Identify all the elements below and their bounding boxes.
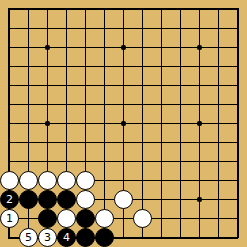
board-intersection — [76, 152, 95, 171]
board-intersection — [38, 19, 57, 38]
board-intersection — [190, 0, 209, 19]
white-stone — [114, 190, 133, 209]
board-intersection — [209, 190, 228, 209]
grid-line-vertical — [28, 209, 29, 228]
board-intersection — [19, 57, 38, 76]
grid-line-vertical — [218, 8, 219, 19]
grid-line-vertical — [161, 95, 162, 114]
grid-line-vertical — [237, 152, 239, 171]
board-intersection: 5 — [19, 228, 38, 247]
board-intersection — [114, 19, 133, 38]
board-intersection — [0, 95, 19, 114]
board-intersection — [76, 190, 95, 209]
board-intersection — [57, 0, 76, 19]
board-intersection — [152, 171, 171, 190]
grid-line-vertical — [8, 133, 10, 152]
board-intersection — [0, 38, 19, 57]
grid-line-vertical — [161, 114, 162, 133]
board-intersection — [19, 19, 38, 38]
grid-line-vertical — [218, 19, 219, 38]
board-intersection — [76, 57, 95, 76]
grid-line-vertical — [180, 76, 181, 95]
board-intersection — [38, 76, 57, 95]
board-intersection — [209, 171, 228, 190]
board-intersection — [114, 133, 133, 152]
grid-line-vertical — [104, 171, 105, 190]
grid-line-vertical — [218, 133, 219, 152]
grid-line-vertical — [104, 38, 105, 57]
grid-line-vertical — [237, 95, 239, 114]
board-intersection — [171, 76, 190, 95]
grid-line-vertical — [66, 95, 67, 114]
grid-line-vertical — [218, 57, 219, 76]
board-intersection — [228, 76, 247, 95]
board-intersection — [228, 57, 247, 76]
grid-line-vertical — [180, 95, 181, 114]
grid-line-vertical — [199, 8, 200, 19]
board-intersection — [95, 209, 114, 228]
board-intersection — [209, 76, 228, 95]
grid-line-vertical — [8, 114, 10, 133]
board-intersection — [190, 76, 209, 95]
white-stone — [76, 171, 95, 190]
board-intersection — [0, 114, 19, 133]
grid-line-vertical — [85, 19, 86, 38]
board-intersection — [114, 95, 133, 114]
board-intersection — [95, 95, 114, 114]
board-intersection — [209, 209, 228, 228]
grid-line-vertical — [180, 8, 181, 19]
hoshi-point — [197, 121, 202, 126]
grid-line-vertical — [28, 57, 29, 76]
board-intersection — [57, 190, 76, 209]
board-intersection — [38, 95, 57, 114]
black-stone — [38, 190, 57, 209]
grid-line-vertical — [199, 95, 200, 114]
move-5-white-stone: 5 — [19, 228, 38, 247]
board-intersection — [152, 228, 171, 247]
board-intersection — [19, 171, 38, 190]
board-intersection — [133, 57, 152, 76]
board-intersection — [209, 133, 228, 152]
grid-line-vertical — [8, 19, 10, 38]
grid-line-vertical — [47, 95, 48, 114]
grid-line-vertical — [85, 76, 86, 95]
board-intersection — [171, 57, 190, 76]
grid-line-vertical — [142, 76, 143, 95]
grid-line-vertical — [66, 38, 67, 57]
grid-line-vertical — [47, 57, 48, 76]
board-intersection — [114, 190, 133, 209]
board-intersection — [57, 114, 76, 133]
grid-line-vertical — [47, 152, 48, 171]
board-intersection — [190, 152, 209, 171]
board-intersection — [152, 133, 171, 152]
board-intersection — [38, 57, 57, 76]
grid-line-vertical — [66, 8, 67, 19]
hoshi-point — [45, 121, 50, 126]
board-intersection — [133, 0, 152, 19]
board-intersection — [114, 228, 133, 247]
grid-line-vertical — [142, 8, 143, 19]
board-intersection — [133, 95, 152, 114]
board-intersection — [190, 190, 209, 209]
grid-line-vertical — [199, 171, 200, 190]
grid-line-vertical — [85, 152, 86, 171]
board-intersection — [76, 38, 95, 57]
grid-line-vertical — [104, 152, 105, 171]
grid-line-vertical — [104, 133, 105, 152]
hoshi-point — [121, 121, 126, 126]
board-intersection — [152, 95, 171, 114]
board-intersection — [209, 152, 228, 171]
grid-line-vertical — [8, 38, 10, 57]
board-intersection — [133, 114, 152, 133]
grid-line-vertical — [8, 228, 10, 238]
board-intersection — [133, 76, 152, 95]
board-intersection — [228, 209, 247, 228]
board-intersection — [228, 190, 247, 209]
grid-line-vertical — [104, 8, 105, 19]
grid-line-vertical — [237, 171, 239, 190]
board-intersection — [171, 95, 190, 114]
board-intersection — [95, 76, 114, 95]
board-intersection — [228, 0, 247, 19]
grid-line-vertical — [142, 133, 143, 152]
black-stone — [76, 209, 95, 228]
board-intersection — [95, 228, 114, 247]
move-2-black-stone: 2 — [0, 190, 19, 209]
grid-line-vertical — [66, 19, 67, 38]
grid-line-vertical — [161, 76, 162, 95]
board-intersection — [95, 190, 114, 209]
grid-line-vertical — [218, 228, 219, 238]
board-intersection — [95, 114, 114, 133]
board-intersection — [114, 76, 133, 95]
grid-line-vertical — [66, 114, 67, 133]
board-intersection — [19, 190, 38, 209]
grid-line-vertical — [66, 133, 67, 152]
board-intersection — [190, 133, 209, 152]
board-intersection — [0, 133, 19, 152]
board-intersection — [95, 171, 114, 190]
board-intersection — [114, 57, 133, 76]
grid-line-vertical — [180, 190, 181, 209]
board-intersection — [19, 152, 38, 171]
board-intersection — [38, 133, 57, 152]
grid-line-vertical — [85, 38, 86, 57]
board-intersection — [95, 19, 114, 38]
grid-line-vertical — [47, 133, 48, 152]
white-stone — [57, 209, 76, 228]
board-intersection — [171, 228, 190, 247]
board-intersection — [38, 38, 57, 57]
black-stone — [38, 209, 57, 228]
board-intersection — [76, 0, 95, 19]
board-intersection — [209, 228, 228, 247]
black-stone — [95, 228, 114, 247]
board-intersection — [76, 114, 95, 133]
board-intersection — [0, 57, 19, 76]
hoshi-point — [197, 197, 202, 202]
hoshi-point — [197, 45, 202, 50]
grid-line-vertical — [104, 19, 105, 38]
board-intersection: 1 — [0, 209, 19, 228]
grid-line-vertical — [123, 8, 124, 19]
board-intersection — [171, 114, 190, 133]
grid-line-vertical — [28, 8, 29, 19]
board-intersection — [171, 171, 190, 190]
board-intersection — [228, 19, 247, 38]
board-intersection — [114, 38, 133, 57]
grid-line-vertical — [123, 209, 124, 228]
board-intersection — [76, 171, 95, 190]
grid-line-vertical — [123, 228, 124, 238]
board-intersection — [19, 76, 38, 95]
board-intersection — [38, 209, 57, 228]
board-intersection — [171, 209, 190, 228]
grid-line-vertical — [47, 76, 48, 95]
black-stone — [76, 228, 95, 247]
grid-line-vertical — [161, 57, 162, 76]
board-intersection — [228, 152, 247, 171]
grid-line-vertical — [218, 171, 219, 190]
board-intersection — [76, 95, 95, 114]
board-intersection — [209, 19, 228, 38]
board-intersection — [114, 171, 133, 190]
grid-line-vertical — [28, 152, 29, 171]
board-intersection — [190, 228, 209, 247]
grid-line-vertical — [85, 8, 86, 19]
board-intersection — [209, 57, 228, 76]
grid-line-vertical — [237, 19, 239, 38]
grid-line-vertical — [218, 76, 219, 95]
grid-line-vertical — [199, 76, 200, 95]
grid-line-vertical — [142, 57, 143, 76]
board-intersection — [95, 57, 114, 76]
grid-line-vertical — [161, 209, 162, 228]
board-intersection — [38, 152, 57, 171]
grid-line-vertical — [237, 209, 239, 228]
grid-line-vertical — [218, 152, 219, 171]
grid-line-vertical — [85, 57, 86, 76]
board-intersection — [95, 38, 114, 57]
grid-line-vertical — [142, 38, 143, 57]
board-intersection — [190, 114, 209, 133]
grid-line-vertical — [104, 114, 105, 133]
board-intersection: 4 — [57, 228, 76, 247]
grid-line-vertical — [237, 114, 239, 133]
grid-line-vertical — [47, 8, 48, 19]
board-intersection — [57, 95, 76, 114]
board-intersection — [57, 57, 76, 76]
grid-line-vertical — [180, 152, 181, 171]
grid-line-vertical — [161, 190, 162, 209]
grid-line-vertical — [8, 8, 10, 19]
grid-line-vertical — [180, 114, 181, 133]
board-intersection — [190, 171, 209, 190]
grid-line-vertical — [104, 95, 105, 114]
board-intersection — [209, 0, 228, 19]
board-intersection — [133, 19, 152, 38]
board-intersection — [190, 95, 209, 114]
grid-line-vertical — [199, 57, 200, 76]
grid-line-vertical — [8, 76, 10, 95]
board-intersection — [19, 133, 38, 152]
grid-line-vertical — [218, 95, 219, 114]
grid-line-vertical — [199, 19, 200, 38]
board-intersection — [57, 38, 76, 57]
grid-line-vertical — [180, 57, 181, 76]
grid-line-vertical — [28, 95, 29, 114]
grid-line-vertical — [104, 190, 105, 209]
grid-line-vertical — [142, 171, 143, 190]
grid-line-vertical — [237, 190, 239, 209]
move-3-white-stone: 3 — [38, 228, 57, 247]
board-intersection — [190, 19, 209, 38]
board-intersection — [76, 209, 95, 228]
board-intersection — [0, 152, 19, 171]
grid-line-vertical — [123, 152, 124, 171]
grid-line-vertical — [123, 133, 124, 152]
grid-line-vertical — [237, 228, 239, 238]
grid-line-vertical — [199, 152, 200, 171]
board-intersection — [209, 95, 228, 114]
board-intersection — [57, 152, 76, 171]
board-intersection — [152, 76, 171, 95]
grid-line-vertical — [28, 38, 29, 57]
board-intersection — [76, 133, 95, 152]
board-intersection — [38, 190, 57, 209]
board-intersection — [171, 0, 190, 19]
board-intersection — [152, 209, 171, 228]
grid-line-vertical — [237, 57, 239, 76]
board-intersection — [228, 114, 247, 133]
board-intersection — [228, 38, 247, 57]
board-intersection — [0, 19, 19, 38]
board-intersection — [228, 171, 247, 190]
board-intersection — [171, 38, 190, 57]
grid-line-vertical — [28, 133, 29, 152]
grid-line-vertical — [161, 38, 162, 57]
grid-line-vertical — [123, 95, 124, 114]
board-intersection — [152, 19, 171, 38]
board-intersection — [114, 152, 133, 171]
board-intersection — [228, 133, 247, 152]
white-stone — [76, 190, 95, 209]
board-intersection: 3 — [38, 228, 57, 247]
grid-line-vertical — [180, 209, 181, 228]
go-board: 21534 — [0, 0, 247, 247]
board-intersection — [209, 114, 228, 133]
grid-line-vertical — [66, 76, 67, 95]
white-stone — [19, 171, 38, 190]
board-intersection — [19, 209, 38, 228]
board-intersection — [57, 209, 76, 228]
grid-line-vertical — [142, 228, 143, 238]
white-stone — [0, 171, 19, 190]
grid-line-vertical — [199, 133, 200, 152]
grid-line-vertical — [161, 152, 162, 171]
grid-line-vertical — [218, 209, 219, 228]
board-intersection — [0, 0, 19, 19]
grid-line-vertical — [8, 152, 10, 171]
board-intersection — [76, 19, 95, 38]
grid-line-vertical — [104, 76, 105, 95]
board-intersection — [228, 228, 247, 247]
board-intersection — [57, 171, 76, 190]
black-stone — [19, 190, 38, 209]
grid-line-vertical — [85, 114, 86, 133]
grid-line-vertical — [142, 114, 143, 133]
board-intersection — [209, 38, 228, 57]
board-intersection — [114, 209, 133, 228]
board-intersection — [57, 19, 76, 38]
board-intersection — [19, 38, 38, 57]
white-stone — [38, 171, 57, 190]
board-intersection — [152, 57, 171, 76]
board-intersection: 2 — [0, 190, 19, 209]
grid-line-vertical — [123, 57, 124, 76]
grid-line-vertical — [237, 76, 239, 95]
grid-line-vertical — [85, 95, 86, 114]
grid-line-vertical — [237, 38, 239, 57]
board-intersection — [114, 114, 133, 133]
grid-line-vertical — [161, 133, 162, 152]
grid-line-vertical — [28, 19, 29, 38]
grid-line-vertical — [66, 57, 67, 76]
board-intersection — [19, 95, 38, 114]
white-stone — [57, 171, 76, 190]
grid-line-vertical — [161, 19, 162, 38]
white-stone — [133, 209, 152, 228]
grid-line-vertical — [104, 57, 105, 76]
grid-line-vertical — [237, 8, 239, 19]
grid-line-vertical — [218, 114, 219, 133]
board-intersection — [0, 228, 19, 247]
go-diagram: 21534 — [0, 0, 247, 247]
grid-line-vertical — [47, 19, 48, 38]
grid-line-vertical — [123, 76, 124, 95]
board-intersection — [152, 0, 171, 19]
board-intersection — [57, 76, 76, 95]
grid-line-vertical — [180, 228, 181, 238]
board-intersection — [171, 190, 190, 209]
grid-line-vertical — [142, 95, 143, 114]
grid-line-vertical — [218, 190, 219, 209]
board-intersection — [228, 95, 247, 114]
board-intersection — [0, 171, 19, 190]
board-intersection — [95, 0, 114, 19]
board-intersection — [57, 133, 76, 152]
grid-line-vertical — [8, 57, 10, 76]
board-intersection — [171, 19, 190, 38]
board-intersection — [38, 171, 57, 190]
grid-line-vertical — [142, 152, 143, 171]
board-intersection — [19, 0, 38, 19]
board-intersection — [0, 76, 19, 95]
grid-line-vertical — [28, 76, 29, 95]
grid-line-vertical — [218, 38, 219, 57]
grid-line-vertical — [237, 133, 239, 152]
board-intersection — [114, 0, 133, 19]
white-stone — [95, 209, 114, 228]
move-1-white-stone: 1 — [0, 209, 19, 228]
board-intersection — [76, 228, 95, 247]
grid-line-vertical — [66, 152, 67, 171]
board-intersection — [133, 228, 152, 247]
board-intersection — [133, 190, 152, 209]
